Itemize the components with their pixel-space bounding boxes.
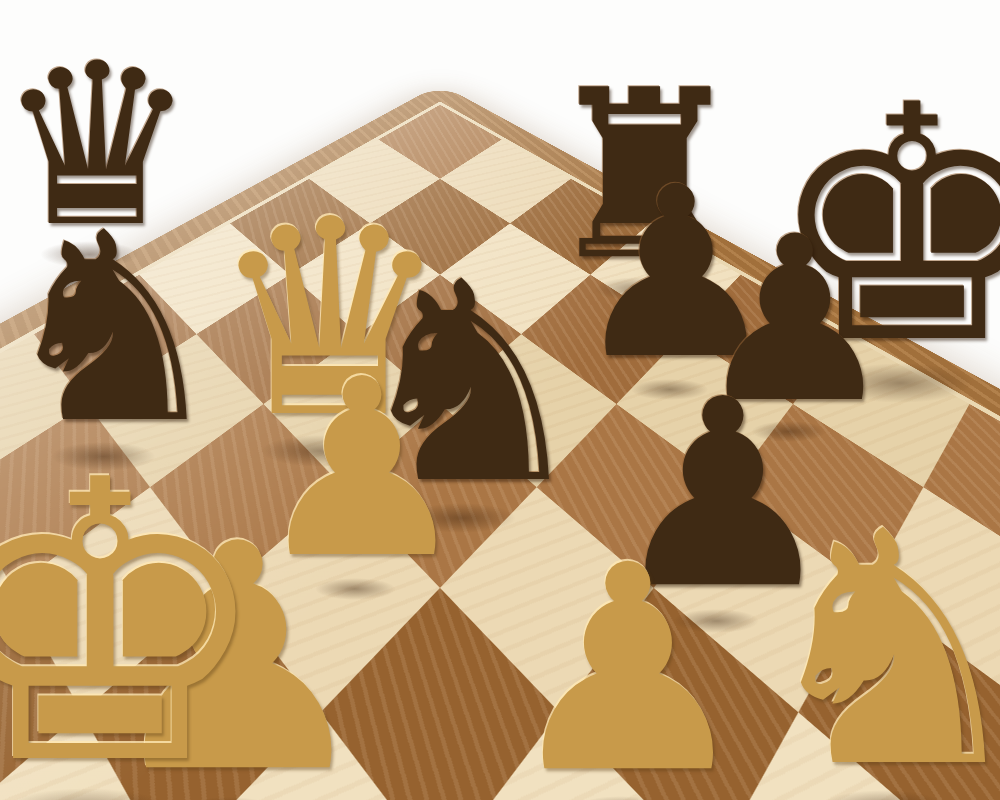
piece-light-knight[interactable]: ♞ — [749, 490, 1000, 800]
chess-photo-scene: ♛♜♚♟♟♛♞♞♟♟♟♞♟♚ — [0, 0, 1000, 800]
piece-light-pawn[interactable]: ♟ — [501, 528, 756, 800]
piece-light-king[interactable]: ♚ — [0, 431, 273, 800]
